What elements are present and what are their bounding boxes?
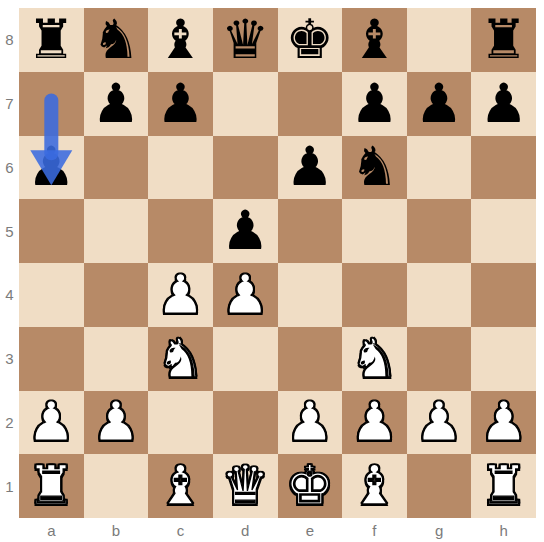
piece-white-pawn-f2[interactable]: ♟ bbox=[350, 395, 398, 449]
piece-white-pawn-a2[interactable]: ♟ bbox=[27, 395, 75, 449]
square-g2[interactable]: ♟ bbox=[407, 391, 472, 455]
square-g5[interactable] bbox=[407, 199, 472, 263]
file-label-a: a bbox=[19, 518, 84, 542]
square-h8[interactable]: ♜ bbox=[471, 8, 536, 72]
square-g3[interactable] bbox=[407, 327, 472, 391]
piece-white-bishop-c1[interactable]: ♝ bbox=[156, 459, 204, 513]
square-d4[interactable]: ♟ bbox=[213, 263, 278, 327]
square-d3[interactable] bbox=[213, 327, 278, 391]
square-c8[interactable]: ♝ bbox=[148, 8, 213, 72]
square-f3[interactable]: ♞ bbox=[342, 327, 407, 391]
square-e3[interactable] bbox=[278, 327, 343, 391]
square-c5[interactable] bbox=[148, 199, 213, 263]
square-e7[interactable] bbox=[278, 72, 343, 136]
rank-label-3: 3 bbox=[0, 327, 19, 391]
square-f2[interactable]: ♟ bbox=[342, 391, 407, 455]
square-b2[interactable]: ♟ bbox=[84, 391, 149, 455]
piece-white-knight-f3[interactable]: ♞ bbox=[350, 332, 398, 386]
rank-label-2: 2 bbox=[0, 391, 19, 455]
square-e5[interactable] bbox=[278, 199, 343, 263]
square-a2[interactable]: ♟ bbox=[19, 391, 84, 455]
piece-white-pawn-b2[interactable]: ♟ bbox=[92, 395, 140, 449]
square-h7[interactable]: ♟ bbox=[471, 72, 536, 136]
file-label-c: c bbox=[148, 518, 213, 542]
piece-white-rook-a1[interactable]: ♜ bbox=[27, 459, 75, 513]
square-h4[interactable] bbox=[471, 263, 536, 327]
piece-black-pawn-d5[interactable]: ♟ bbox=[221, 204, 269, 258]
piece-white-bishop-f1[interactable]: ♝ bbox=[350, 459, 398, 513]
square-f6[interactable]: ♞ bbox=[342, 136, 407, 200]
square-b8[interactable]: ♞ bbox=[84, 8, 149, 72]
square-c4[interactable]: ♟ bbox=[148, 263, 213, 327]
file-label-f: f bbox=[342, 518, 407, 542]
square-e6[interactable]: ♟ bbox=[278, 136, 343, 200]
piece-black-bishop-f8[interactable]: ♝ bbox=[350, 13, 398, 67]
square-b5[interactable] bbox=[84, 199, 149, 263]
square-c1[interactable]: ♝ bbox=[148, 454, 213, 518]
square-g7[interactable]: ♟ bbox=[407, 72, 472, 136]
square-a7[interactable] bbox=[19, 72, 84, 136]
square-d1[interactable]: ♛ bbox=[213, 454, 278, 518]
square-b1[interactable] bbox=[84, 454, 149, 518]
square-e1[interactable]: ♚ bbox=[278, 454, 343, 518]
piece-black-pawn-e6[interactable]: ♟ bbox=[286, 140, 334, 194]
rank-coordinates: 87654321 bbox=[0, 8, 19, 518]
square-c3[interactable]: ♞ bbox=[148, 327, 213, 391]
square-d8[interactable]: ♛ bbox=[213, 8, 278, 72]
piece-white-pawn-c4[interactable]: ♟ bbox=[156, 268, 204, 322]
square-b4[interactable] bbox=[84, 263, 149, 327]
square-d6[interactable] bbox=[213, 136, 278, 200]
piece-black-bishop-c8[interactable]: ♝ bbox=[156, 13, 204, 67]
square-d2[interactable] bbox=[213, 391, 278, 455]
piece-black-rook-a8[interactable]: ♜ bbox=[27, 13, 75, 67]
square-a1[interactable]: ♜ bbox=[19, 454, 84, 518]
piece-black-pawn-c7[interactable]: ♟ bbox=[156, 77, 204, 131]
square-a8[interactable]: ♜ bbox=[19, 8, 84, 72]
rank-label-7: 7 bbox=[0, 72, 19, 136]
file-label-e: e bbox=[278, 518, 343, 542]
piece-black-knight-b8[interactable]: ♞ bbox=[92, 13, 140, 67]
square-b3[interactable] bbox=[84, 327, 149, 391]
piece-black-rook-h8[interactable]: ♜ bbox=[479, 13, 527, 67]
piece-white-pawn-d4[interactable]: ♟ bbox=[221, 268, 269, 322]
piece-black-knight-f6[interactable]: ♞ bbox=[350, 140, 398, 194]
square-a3[interactable] bbox=[19, 327, 84, 391]
square-b6[interactable] bbox=[84, 136, 149, 200]
square-f7[interactable]: ♟ bbox=[342, 72, 407, 136]
square-d7[interactable] bbox=[213, 72, 278, 136]
piece-white-knight-c3[interactable]: ♞ bbox=[156, 332, 204, 386]
square-e4[interactable] bbox=[278, 263, 343, 327]
file-label-b: b bbox=[84, 518, 149, 542]
piece-black-pawn-a6[interactable]: ♟ bbox=[27, 140, 75, 194]
square-f5[interactable] bbox=[342, 199, 407, 263]
square-f4[interactable] bbox=[342, 263, 407, 327]
chess-board: ♜♞♝♛♚♝♜♟♟♟♟♟♟♟♞♟♟♟♞♞♟♟♟♟♟♟♜♝♛♚♝♜ bbox=[19, 8, 536, 518]
square-g6[interactable] bbox=[407, 136, 472, 200]
piece-white-queen-d1[interactable]: ♛ bbox=[221, 459, 269, 513]
piece-black-pawn-b7[interactable]: ♟ bbox=[92, 77, 140, 131]
file-coordinates: abcdefgh bbox=[19, 518, 536, 542]
square-h1[interactable]: ♜ bbox=[471, 454, 536, 518]
square-h6[interactable] bbox=[471, 136, 536, 200]
square-c6[interactable] bbox=[148, 136, 213, 200]
rank-label-4: 4 bbox=[0, 263, 19, 327]
file-label-d: d bbox=[213, 518, 278, 542]
square-f1[interactable]: ♝ bbox=[342, 454, 407, 518]
square-g4[interactable] bbox=[407, 263, 472, 327]
square-c7[interactable]: ♟ bbox=[148, 72, 213, 136]
square-a5[interactable] bbox=[19, 199, 84, 263]
square-f8[interactable]: ♝ bbox=[342, 8, 407, 72]
square-c2[interactable] bbox=[148, 391, 213, 455]
rank-label-6: 6 bbox=[0, 136, 19, 200]
piece-black-pawn-h7[interactable]: ♟ bbox=[479, 77, 527, 131]
piece-white-pawn-e2[interactable]: ♟ bbox=[286, 395, 334, 449]
square-e8[interactable]: ♚ bbox=[278, 8, 343, 72]
square-h2[interactable]: ♟ bbox=[471, 391, 536, 455]
square-d5[interactable]: ♟ bbox=[213, 199, 278, 263]
square-e2[interactable]: ♟ bbox=[278, 391, 343, 455]
piece-white-king-e1[interactable]: ♚ bbox=[286, 459, 334, 513]
piece-black-pawn-f7[interactable]: ♟ bbox=[350, 77, 398, 131]
square-b7[interactable]: ♟ bbox=[84, 72, 149, 136]
rank-label-1: 1 bbox=[0, 454, 19, 518]
piece-black-queen-d8[interactable]: ♛ bbox=[221, 13, 269, 67]
piece-black-pawn-g7[interactable]: ♟ bbox=[415, 77, 463, 131]
square-h5[interactable] bbox=[471, 199, 536, 263]
piece-white-pawn-g2[interactable]: ♟ bbox=[415, 395, 463, 449]
piece-white-pawn-h2[interactable]: ♟ bbox=[479, 395, 527, 449]
square-a6[interactable]: ♟ bbox=[19, 136, 84, 200]
file-label-g: g bbox=[407, 518, 472, 542]
square-g8[interactable] bbox=[407, 8, 472, 72]
piece-white-rook-h1[interactable]: ♜ bbox=[479, 459, 527, 513]
square-h3[interactable] bbox=[471, 327, 536, 391]
rank-label-8: 8 bbox=[0, 8, 19, 72]
rank-label-5: 5 bbox=[0, 199, 19, 263]
square-a4[interactable] bbox=[19, 263, 84, 327]
file-label-h: h bbox=[471, 518, 536, 542]
square-g1[interactable] bbox=[407, 454, 472, 518]
piece-black-king-e8[interactable]: ♚ bbox=[286, 13, 334, 67]
